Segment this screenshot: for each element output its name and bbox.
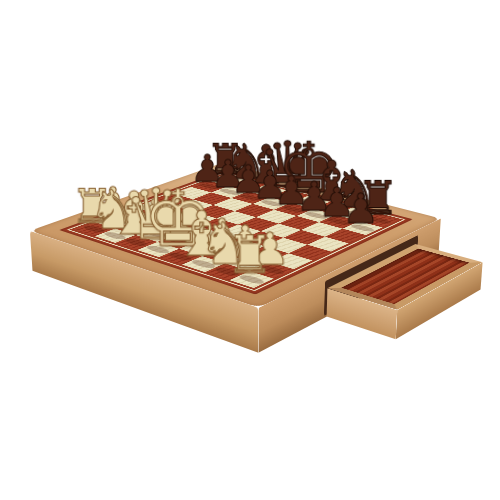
scene: ♜♞♝♛♚♝♞♜♟♟♟♟♟♟♟♟♟♟♟♟♟♟♟♟♜♞♝♛♚♝♞♜ — [0, 0, 500, 500]
black-pawn-glyph: ♟ — [320, 188, 402, 229]
product-photo-canvas: ♜♞♝♛♚♝♞♜♟♟♟♟♟♟♟♟♟♟♟♟♟♟♟♟♜♞♝♛♚♝♞♜ — [0, 0, 500, 500]
white-rook-glyph: ♜ — [204, 228, 294, 280]
chess-set: ♜♞♝♛♚♝♞♜♟♟♟♟♟♟♟♟♟♟♟♟♟♟♟♟♜♞♝♛♚♝♞♜ — [33, 198, 439, 353]
